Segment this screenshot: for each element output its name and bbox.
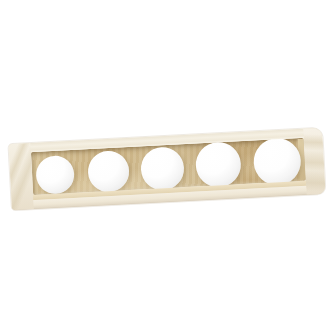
product-photo-canvas	[0, 0, 335, 335]
vanity-light-fixture	[8, 128, 325, 210]
globe-bulb-3	[139, 146, 184, 191]
frame-left-end-cap	[8, 143, 33, 210]
globe-bulb-4	[194, 141, 241, 188]
globe-bulb-1	[35, 155, 75, 195]
globe-bulb-5	[252, 137, 301, 186]
globe-bulb-2	[86, 150, 129, 193]
frame-right-end-cap	[303, 128, 325, 195]
